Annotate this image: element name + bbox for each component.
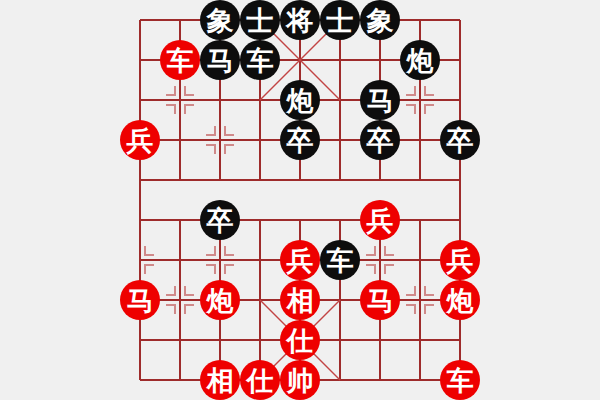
- piece-red-cannon[interactable]: 炮: [440, 280, 480, 320]
- piece-black-chariot[interactable]: 车: [240, 40, 280, 80]
- piece-black-horse[interactable]: 马: [360, 80, 400, 120]
- piece-red-soldier[interactable]: 兵: [120, 120, 160, 160]
- piece-black-general[interactable]: 将: [280, 0, 320, 40]
- piece-red-horse[interactable]: 马: [120, 280, 160, 320]
- piece-red-soldier[interactable]: 兵: [360, 200, 400, 240]
- piece-black-advisor[interactable]: 士: [240, 0, 280, 40]
- piece-black-elephant[interactable]: 象: [200, 0, 240, 40]
- piece-black-horse[interactable]: 马: [200, 40, 240, 80]
- pieces-layer: 象士将士象车马车炮炮马兵卒卒卒卒兵兵车兵马炮相马炮仕相仕帅车: [120, 0, 480, 400]
- piece-black-soldier[interactable]: 卒: [440, 120, 480, 160]
- xiangqi-board: 象士将士象车马车炮炮马兵卒卒卒卒兵兵车兵马炮相马炮仕相仕帅车: [0, 0, 600, 400]
- piece-black-cannon[interactable]: 炮: [400, 40, 440, 80]
- piece-red-chariot[interactable]: 车: [160, 40, 200, 80]
- piece-black-elephant[interactable]: 象: [360, 0, 400, 40]
- piece-black-chariot[interactable]: 车: [320, 240, 360, 280]
- piece-red-elephant[interactable]: 相: [280, 280, 320, 320]
- piece-black-soldier[interactable]: 卒: [360, 120, 400, 160]
- piece-black-soldier[interactable]: 卒: [200, 200, 240, 240]
- piece-black-cannon[interactable]: 炮: [280, 80, 320, 120]
- piece-red-soldier[interactable]: 兵: [280, 240, 320, 280]
- piece-red-general[interactable]: 帅: [280, 360, 320, 400]
- piece-red-cannon[interactable]: 炮: [200, 280, 240, 320]
- piece-red-advisor[interactable]: 仕: [280, 320, 320, 360]
- piece-black-soldier[interactable]: 卒: [280, 120, 320, 160]
- piece-red-chariot[interactable]: 车: [440, 360, 480, 400]
- piece-red-horse[interactable]: 马: [360, 280, 400, 320]
- piece-red-soldier[interactable]: 兵: [440, 240, 480, 280]
- piece-red-elephant[interactable]: 相: [200, 360, 240, 400]
- piece-black-advisor[interactable]: 士: [320, 0, 360, 40]
- piece-red-advisor[interactable]: 仕: [240, 360, 280, 400]
